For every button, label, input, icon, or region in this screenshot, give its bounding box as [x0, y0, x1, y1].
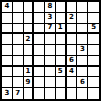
cell-r7c5[interactable]	[45, 67, 56, 78]
cell-r4c2[interactable]	[13, 34, 24, 45]
cell-r2c6[interactable]	[56, 13, 67, 24]
cell-r2c8[interactable]	[77, 13, 88, 24]
cell-r3c2[interactable]	[13, 24, 24, 35]
cell-r6c4[interactable]	[34, 56, 45, 67]
cell-r5c8[interactable]: 3	[77, 45, 88, 56]
cell-r4c4[interactable]	[34, 34, 45, 45]
cell-r6c2[interactable]	[13, 56, 24, 67]
cell-r4c1[interactable]	[2, 34, 13, 45]
cell-r6c9[interactable]	[88, 56, 99, 67]
cell-r2c9[interactable]	[88, 13, 99, 24]
cell-r4c9[interactable]	[88, 34, 99, 45]
cell-r1c5[interactable]: 8	[45, 2, 56, 13]
cell-r7c8[interactable]	[77, 67, 88, 78]
cell-r1c1[interactable]: 4	[2, 2, 13, 13]
cell-r7c3[interactable]: 1	[24, 67, 35, 78]
cell-r2c7[interactable]: 2	[67, 13, 78, 24]
cell-r9c1[interactable]: 3	[2, 88, 13, 99]
cell-r2c5[interactable]: 3	[45, 13, 56, 24]
cell-r8c5[interactable]	[45, 77, 56, 88]
cell-r6c6[interactable]	[56, 56, 67, 67]
cell-r5c2[interactable]	[13, 45, 24, 56]
cell-r6c5[interactable]	[45, 56, 56, 67]
sudoku-board: 48327152361549637	[0, 0, 101, 101]
cell-r9c9[interactable]	[88, 88, 99, 99]
cell-r7c6[interactable]: 5	[56, 67, 67, 78]
cell-r3c9[interactable]: 5	[88, 24, 99, 35]
cell-r2c2[interactable]	[13, 13, 24, 24]
cell-r1c7[interactable]	[67, 2, 78, 13]
cell-r6c1[interactable]	[2, 56, 13, 67]
cell-r9c2[interactable]: 7	[13, 88, 24, 99]
cell-r5c5[interactable]	[45, 45, 56, 56]
cell-r7c7[interactable]: 4	[67, 67, 78, 78]
cell-r2c1[interactable]	[2, 13, 13, 24]
cell-r5c4[interactable]	[34, 45, 45, 56]
cell-r8c6[interactable]	[56, 77, 67, 88]
cell-r1c3[interactable]	[24, 2, 35, 13]
cell-r7c4[interactable]	[34, 67, 45, 78]
cell-r1c9[interactable]	[88, 2, 99, 13]
cell-r5c1[interactable]	[2, 45, 13, 56]
cell-r8c4[interactable]	[34, 77, 45, 88]
cell-r1c2[interactable]	[13, 2, 24, 13]
cell-r4c3[interactable]: 2	[24, 34, 35, 45]
cell-r1c8[interactable]	[77, 2, 88, 13]
cell-r3c1[interactable]	[2, 24, 13, 35]
cell-r8c3[interactable]: 9	[24, 77, 35, 88]
cell-r7c2[interactable]	[13, 67, 24, 78]
cell-r2c4[interactable]	[34, 13, 45, 24]
cell-r8c9[interactable]	[88, 77, 99, 88]
cell-r1c6[interactable]	[56, 2, 67, 13]
cell-r8c1[interactable]	[2, 77, 13, 88]
cell-r2c3[interactable]	[24, 13, 35, 24]
cell-r4c8[interactable]	[77, 34, 88, 45]
cell-r5c3[interactable]	[24, 45, 35, 56]
cell-r6c7[interactable]: 6	[67, 56, 78, 67]
cell-r3c3[interactable]	[24, 24, 35, 35]
cell-r4c6[interactable]	[56, 34, 67, 45]
cell-r6c8[interactable]	[77, 56, 88, 67]
cell-r3c7[interactable]	[67, 24, 78, 35]
cell-r4c7[interactable]	[67, 34, 78, 45]
cell-r9c3[interactable]	[24, 88, 35, 99]
cell-r9c5[interactable]	[45, 88, 56, 99]
cell-r9c6[interactable]	[56, 88, 67, 99]
cell-r3c5[interactable]: 7	[45, 24, 56, 35]
cell-r1c4[interactable]	[34, 2, 45, 13]
cell-r9c7[interactable]	[67, 88, 78, 99]
cell-r5c6[interactable]	[56, 45, 67, 56]
cell-r8c2[interactable]	[13, 77, 24, 88]
cell-r7c9[interactable]	[88, 67, 99, 78]
cell-r7c1[interactable]	[2, 67, 13, 78]
cell-r4c5[interactable]	[45, 34, 56, 45]
cell-r5c9[interactable]	[88, 45, 99, 56]
cell-r3c6[interactable]: 1	[56, 24, 67, 35]
cell-r3c8[interactable]	[77, 24, 88, 35]
cell-r8c7[interactable]	[67, 77, 78, 88]
cell-r8c8[interactable]: 6	[77, 77, 88, 88]
cell-r3c4[interactable]	[34, 24, 45, 35]
cell-r9c4[interactable]	[34, 88, 45, 99]
cell-r6c3[interactable]	[24, 56, 35, 67]
cell-r5c7[interactable]	[67, 45, 78, 56]
cell-r9c8[interactable]	[77, 88, 88, 99]
